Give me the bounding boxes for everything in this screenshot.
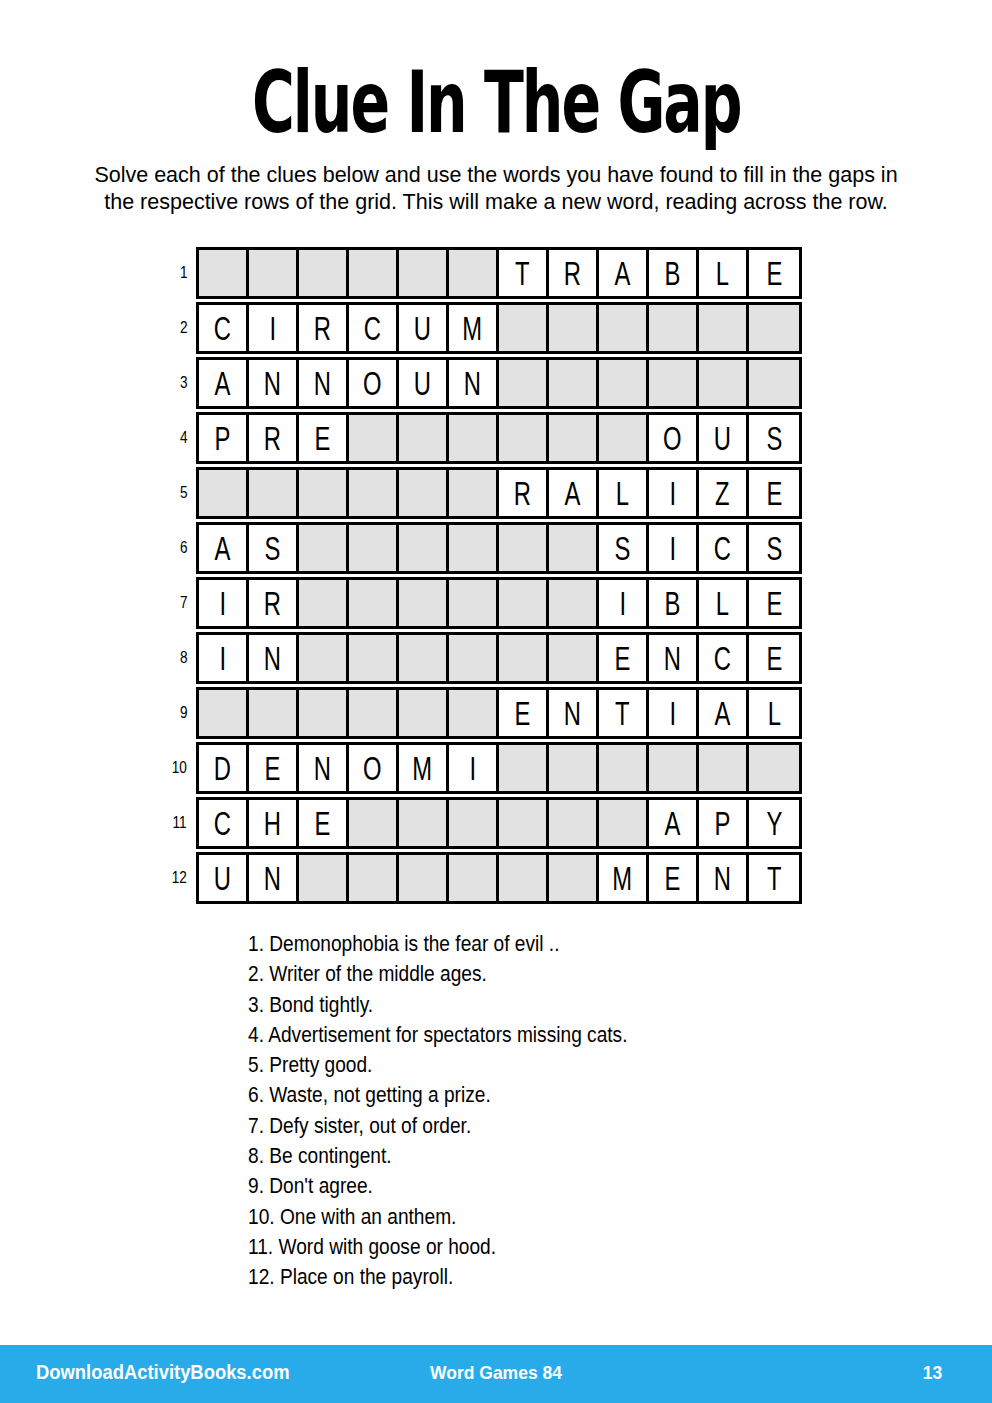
letter-cell: U: [699, 415, 749, 461]
letter-cell: M: [449, 305, 499, 351]
clue-item: 2. Writer of the middle ages.: [248, 959, 694, 989]
row-number: 6: [150, 538, 196, 558]
gap-cell[interactable]: [349, 580, 399, 626]
letter-cell: C: [699, 525, 749, 571]
worksheet-page: Clue In The Gap Solve each of the clues …: [0, 0, 992, 1403]
grid-row: 5RALIZE: [150, 467, 802, 519]
gap-cell[interactable]: [549, 580, 599, 626]
clue-item: 10. One with an anthem.: [248, 1202, 694, 1232]
letter-cell: N: [649, 635, 699, 681]
gap-cell[interactable]: [599, 800, 649, 846]
letter-cell: E: [499, 690, 549, 736]
gap-cell[interactable]: [449, 470, 499, 516]
gap-cell[interactable]: [599, 745, 649, 791]
letter-cell: N: [299, 745, 349, 791]
gap-cell[interactable]: [549, 415, 599, 461]
letter-cell: M: [599, 855, 649, 901]
gap-cell[interactable]: [399, 525, 449, 571]
letter-cell: A: [199, 360, 249, 406]
clue-item: 3. Bond tightly.: [248, 990, 694, 1020]
grid-row: 6ASSICS: [150, 522, 802, 574]
letter-cell: U: [399, 305, 449, 351]
gap-cell[interactable]: [399, 250, 449, 296]
letter-cell: H: [249, 800, 299, 846]
gap-cell[interactable]: [549, 305, 599, 351]
letter-cell: Y: [749, 800, 799, 846]
letter-cell: A: [199, 525, 249, 571]
row-number: 9: [150, 703, 196, 723]
gap-cell[interactable]: [499, 855, 549, 901]
gap-cell[interactable]: [399, 470, 449, 516]
letter-cell: Z: [699, 470, 749, 516]
grid-row-cells: INENCE: [196, 632, 802, 684]
gap-cell[interactable]: [399, 415, 449, 461]
letter-cell: N: [699, 855, 749, 901]
gap-cell[interactable]: [349, 470, 399, 516]
gap-cell[interactable]: [299, 690, 349, 736]
gap-cell[interactable]: [549, 800, 599, 846]
gap-cell[interactable]: [499, 800, 549, 846]
letter-cell: N: [449, 360, 499, 406]
page-title: Clue In The Gap: [0, 52, 992, 152]
gap-cell[interactable]: [349, 415, 399, 461]
gap-cell[interactable]: [599, 415, 649, 461]
gap-cell[interactable]: [199, 250, 249, 296]
letter-cell: C: [199, 305, 249, 351]
grid-row: 9ENTIAL: [150, 687, 802, 739]
footer-page-number: 13: [923, 1362, 942, 1384]
grid-row: 7IRIBLE: [150, 577, 802, 629]
letter-cell: R: [249, 415, 299, 461]
letter-cell: S: [249, 525, 299, 571]
gap-cell[interactable]: [749, 360, 799, 406]
gap-cell[interactable]: [499, 360, 549, 406]
letter-cell: L: [699, 250, 749, 296]
letter-cell: I: [649, 470, 699, 516]
gap-cell[interactable]: [199, 470, 249, 516]
letter-cell: L: [749, 690, 799, 736]
gap-cell[interactable]: [449, 415, 499, 461]
grid-row: 2CIRCUM: [150, 302, 802, 354]
grid-row-cells: ASSICS: [196, 522, 802, 574]
gap-cell[interactable]: [699, 305, 749, 351]
grid-row: 10DENOMI: [150, 742, 802, 794]
gap-cell[interactable]: [549, 745, 599, 791]
letter-cell: S: [749, 415, 799, 461]
row-number: 7: [150, 593, 196, 613]
letter-cell: N: [249, 360, 299, 406]
grid-row-cells: CIRCUM: [196, 302, 802, 354]
clue-item: 7. Defy sister, out of order.: [248, 1111, 694, 1141]
gap-cell[interactable]: [749, 305, 799, 351]
letter-cell: N: [299, 360, 349, 406]
letter-cell: E: [749, 470, 799, 516]
letter-cell: S: [749, 525, 799, 571]
letter-cell: E: [249, 745, 299, 791]
instructions: Solve each of the clues below and use th…: [0, 162, 992, 216]
grid-row: 4PREOUS: [150, 412, 802, 464]
clue-item: 6. Waste, not getting a prize.: [248, 1080, 694, 1110]
gap-cell[interactable]: [499, 525, 549, 571]
gap-cell[interactable]: [499, 415, 549, 461]
grid-row-cells: ANNOUN: [196, 357, 802, 409]
letter-cell: I: [599, 580, 649, 626]
gap-cell[interactable]: [399, 690, 449, 736]
grid-row-cells: UNMENT: [196, 852, 802, 904]
gap-cell[interactable]: [549, 525, 599, 571]
gap-cell[interactable]: [499, 635, 549, 681]
letter-cell: P: [199, 415, 249, 461]
letter-cell: O: [349, 360, 399, 406]
gap-cell[interactable]: [349, 525, 399, 571]
letter-cell: R: [249, 580, 299, 626]
letter-cell: B: [649, 580, 699, 626]
letter-cell: C: [349, 305, 399, 351]
gap-cell[interactable]: [499, 580, 549, 626]
gap-cell[interactable]: [449, 525, 499, 571]
instructions-line-2: the respective rows of the grid. This wi…: [0, 189, 992, 216]
gap-cell[interactable]: [699, 745, 749, 791]
letter-cell: L: [599, 470, 649, 516]
grid-row-cells: DENOMI: [196, 742, 802, 794]
letter-cell: I: [649, 525, 699, 571]
gap-cell[interactable]: [549, 360, 599, 406]
letter-cell: L: [699, 580, 749, 626]
gap-cell[interactable]: [349, 690, 399, 736]
gap-cell[interactable]: [349, 800, 399, 846]
gap-cell[interactable]: [649, 745, 699, 791]
gap-cell[interactable]: [349, 855, 399, 901]
clue-item: 1. Demonophobia is the fear of evil ..: [248, 929, 694, 959]
gap-cell[interactable]: [249, 250, 299, 296]
letter-cell: T: [599, 690, 649, 736]
clue-item: 12. Place on the payroll.: [248, 1262, 694, 1292]
letter-cell: D: [199, 745, 249, 791]
row-number: 1: [150, 263, 196, 283]
letter-cell: C: [699, 635, 749, 681]
gap-cell[interactable]: [449, 580, 499, 626]
row-number: 5: [150, 483, 196, 503]
letter-cell: I: [649, 690, 699, 736]
gap-cell[interactable]: [399, 855, 449, 901]
grid-row-cells: CHEAPY: [196, 797, 802, 849]
letter-cell: T: [499, 250, 549, 296]
letter-cell: I: [199, 635, 249, 681]
letter-cell: I: [449, 745, 499, 791]
gap-cell[interactable]: [549, 855, 599, 901]
gap-cell[interactable]: [599, 305, 649, 351]
grid-row-cells: ENTIAL: [196, 687, 802, 739]
grid-row-cells: TRABLE: [196, 247, 802, 299]
letter-cell: I: [249, 305, 299, 351]
gap-cell[interactable]: [649, 305, 699, 351]
letter-cell: E: [299, 800, 349, 846]
gap-cell[interactable]: [349, 250, 399, 296]
clue-item: 4. Advertisement for spectators missing …: [248, 1020, 694, 1050]
letter-cell: E: [749, 635, 799, 681]
grid-row-cells: PREOUS: [196, 412, 802, 464]
gap-cell[interactable]: [449, 250, 499, 296]
gap-cell[interactable]: [349, 635, 399, 681]
clue-item: 11. Word with goose or hood.: [248, 1232, 694, 1262]
gap-cell[interactable]: [399, 800, 449, 846]
row-number: 12: [150, 868, 196, 888]
gap-cell[interactable]: [699, 360, 749, 406]
gap-cell[interactable]: [399, 635, 449, 681]
gap-cell[interactable]: [449, 690, 499, 736]
row-number: 4: [150, 428, 196, 448]
gap-cell[interactable]: [299, 525, 349, 571]
letter-cell: B: [649, 250, 699, 296]
gap-cell[interactable]: [499, 305, 549, 351]
gap-cell[interactable]: [299, 470, 349, 516]
gap-cell[interactable]: [249, 690, 299, 736]
row-number: 2: [150, 318, 196, 338]
letter-cell: E: [649, 855, 699, 901]
grid-row: 11CHEAPY: [150, 797, 802, 849]
gap-cell[interactable]: [449, 800, 499, 846]
letter-cell: R: [499, 470, 549, 516]
letter-cell: U: [199, 855, 249, 901]
gap-cell[interactable]: [299, 635, 349, 681]
clue-item: 8. Be contingent.: [248, 1141, 694, 1171]
letter-cell: N: [249, 855, 299, 901]
instructions-line-1: Solve each of the clues below and use th…: [0, 162, 992, 189]
letter-cell: P: [699, 800, 749, 846]
letter-cell: A: [599, 250, 649, 296]
gap-cell[interactable]: [249, 470, 299, 516]
gap-cell[interactable]: [299, 250, 349, 296]
gap-cell[interactable]: [649, 360, 699, 406]
letter-cell: E: [749, 250, 799, 296]
gap-cell[interactable]: [549, 635, 599, 681]
letter-cell: O: [349, 745, 399, 791]
letter-cell: A: [549, 470, 599, 516]
footer-bar: DownloadActivityBooks.com Word Games 84 …: [0, 1345, 992, 1403]
row-number: 10: [150, 758, 196, 778]
letter-cell: A: [699, 690, 749, 736]
letter-cell: S: [599, 525, 649, 571]
grid-row-cells: IRIBLE: [196, 577, 802, 629]
grid-row: 8INENCE: [150, 632, 802, 684]
gap-cell[interactable]: [449, 855, 499, 901]
gap-cell[interactable]: [599, 360, 649, 406]
letter-cell: E: [599, 635, 649, 681]
clue-item: 9. Don't agree.: [248, 1171, 694, 1201]
puzzle-grid: 1TRABLE2CIRCUM3ANNOUN4PREOUS5RALIZE6ASSI…: [150, 247, 802, 907]
gap-cell[interactable]: [749, 745, 799, 791]
row-number: 3: [150, 373, 196, 393]
row-number: 8: [150, 648, 196, 668]
clue-list: 1. Demonophobia is the fear of evil ..2.…: [248, 929, 694, 1293]
footer-book-title: Word Games 84: [430, 1362, 562, 1384]
letter-cell: R: [549, 250, 599, 296]
letter-cell: O: [649, 415, 699, 461]
letter-cell: N: [549, 690, 599, 736]
letter-cell: T: [749, 855, 799, 901]
gap-cell[interactable]: [499, 745, 549, 791]
clue-item: 5. Pretty good.: [248, 1050, 694, 1080]
grid-row: 1TRABLE: [150, 247, 802, 299]
letter-cell: M: [399, 745, 449, 791]
letter-cell: A: [649, 800, 699, 846]
grid-row-cells: RALIZE: [196, 467, 802, 519]
gap-cell[interactable]: [399, 580, 449, 626]
letter-cell: U: [399, 360, 449, 406]
footer-site: DownloadActivityBooks.com: [36, 1361, 290, 1384]
letter-cell: R: [299, 305, 349, 351]
gap-cell[interactable]: [199, 690, 249, 736]
gap-cell[interactable]: [299, 580, 349, 626]
letter-cell: C: [199, 800, 249, 846]
gap-cell[interactable]: [449, 635, 499, 681]
gap-cell[interactable]: [299, 855, 349, 901]
page-title-text: Clue In The Gap: [252, 52, 741, 152]
row-number: 11: [150, 813, 196, 833]
letter-cell: N: [249, 635, 299, 681]
letter-cell: E: [299, 415, 349, 461]
letter-cell: E: [749, 580, 799, 626]
grid-row: 3ANNOUN: [150, 357, 802, 409]
grid-row: 12UNMENT: [150, 852, 802, 904]
letter-cell: I: [199, 580, 249, 626]
